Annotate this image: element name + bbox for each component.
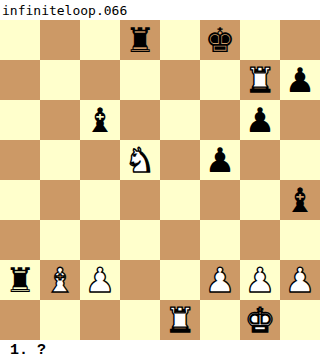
square-f2[interactable]: ♟ (200, 260, 240, 300)
black-pawn-g6: ♟ (240, 100, 280, 140)
square-a6[interactable] (0, 100, 40, 140)
square-e1[interactable]: ♜ (160, 300, 200, 340)
square-d5[interactable]: ♞ (120, 140, 160, 180)
square-g7[interactable]: ♜ (240, 60, 280, 100)
black-bishop-h4: ♝ (280, 180, 320, 220)
square-c3[interactable] (80, 220, 120, 260)
title-bar: infiniteloop.066 (0, 0, 320, 20)
square-b7[interactable] (40, 60, 80, 100)
square-f4[interactable] (200, 180, 240, 220)
square-h4[interactable]: ♝ (280, 180, 320, 220)
square-h1[interactable] (280, 300, 320, 340)
square-f1[interactable] (200, 300, 240, 340)
square-d4[interactable] (120, 180, 160, 220)
square-e2[interactable] (160, 260, 200, 300)
square-c1[interactable] (80, 300, 120, 340)
square-e6[interactable] (160, 100, 200, 140)
square-h7[interactable]: ♟ (280, 60, 320, 100)
square-b3[interactable] (40, 220, 80, 260)
square-f8[interactable]: ♚ (200, 20, 240, 60)
square-b5[interactable] (40, 140, 80, 180)
square-a5[interactable] (0, 140, 40, 180)
square-h5[interactable] (280, 140, 320, 180)
square-g3[interactable] (240, 220, 280, 260)
square-e4[interactable] (160, 180, 200, 220)
chess-puzzle-window: infiniteloop.066 ♜♚♜♟♝♟♞♟♝♜♝♟♟♟♟♜♚ 1. ? (0, 0, 320, 360)
square-b4[interactable] (40, 180, 80, 220)
square-h2[interactable]: ♟ (280, 260, 320, 300)
square-a1[interactable] (0, 300, 40, 340)
square-g4[interactable] (240, 180, 280, 220)
square-c8[interactable] (80, 20, 120, 60)
white-knight-d5: ♞ (120, 140, 160, 180)
black-pawn-f5: ♟ (200, 140, 240, 180)
square-g6[interactable]: ♟ (240, 100, 280, 140)
square-c5[interactable] (80, 140, 120, 180)
square-a3[interactable] (0, 220, 40, 260)
square-g1[interactable]: ♚ (240, 300, 280, 340)
black-rook-a2: ♜ (0, 260, 40, 300)
chess-board[interactable]: ♜♚♜♟♝♟♞♟♝♜♝♟♟♟♟♜♚ (0, 20, 320, 340)
square-d3[interactable] (120, 220, 160, 260)
square-d2[interactable] (120, 260, 160, 300)
square-f5[interactable]: ♟ (200, 140, 240, 180)
square-g5[interactable] (240, 140, 280, 180)
puzzle-title: infiniteloop.066 (2, 3, 127, 18)
white-pawn-g2: ♟ (240, 260, 280, 300)
white-rook-g7: ♜ (240, 60, 280, 100)
square-c2[interactable]: ♟ (80, 260, 120, 300)
square-e5[interactable] (160, 140, 200, 180)
square-a8[interactable] (0, 20, 40, 60)
move-prompt: 1. ? (10, 342, 46, 359)
square-d6[interactable] (120, 100, 160, 140)
square-g8[interactable] (240, 20, 280, 60)
square-e7[interactable] (160, 60, 200, 100)
square-c4[interactable] (80, 180, 120, 220)
white-king-g1: ♚ (240, 300, 280, 340)
square-f7[interactable] (200, 60, 240, 100)
black-pawn-h7: ♟ (280, 60, 320, 100)
square-a7[interactable] (0, 60, 40, 100)
square-a2[interactable]: ♜ (0, 260, 40, 300)
white-pawn-f2: ♟ (200, 260, 240, 300)
square-c7[interactable] (80, 60, 120, 100)
black-bishop-c6: ♝ (80, 100, 120, 140)
black-rook-d8: ♜ (120, 20, 160, 60)
square-f3[interactable] (200, 220, 240, 260)
square-e8[interactable] (160, 20, 200, 60)
square-d1[interactable] (120, 300, 160, 340)
square-b6[interactable] (40, 100, 80, 140)
white-pawn-c2: ♟ (80, 260, 120, 300)
white-rook-e1: ♜ (160, 300, 200, 340)
square-h6[interactable] (280, 100, 320, 140)
square-e3[interactable] (160, 220, 200, 260)
square-d8[interactable]: ♜ (120, 20, 160, 60)
square-b2[interactable]: ♝ (40, 260, 80, 300)
square-f6[interactable] (200, 100, 240, 140)
square-d7[interactable] (120, 60, 160, 100)
square-h3[interactable] (280, 220, 320, 260)
square-b1[interactable] (40, 300, 80, 340)
black-king-f8: ♚ (200, 20, 240, 60)
square-c6[interactable]: ♝ (80, 100, 120, 140)
square-a4[interactable] (0, 180, 40, 220)
status-bar: 1. ? (0, 340, 320, 360)
square-g2[interactable]: ♟ (240, 260, 280, 300)
white-pawn-h2: ♟ (280, 260, 320, 300)
square-h8[interactable] (280, 20, 320, 60)
square-b8[interactable] (40, 20, 80, 60)
white-bishop-b2: ♝ (40, 260, 80, 300)
